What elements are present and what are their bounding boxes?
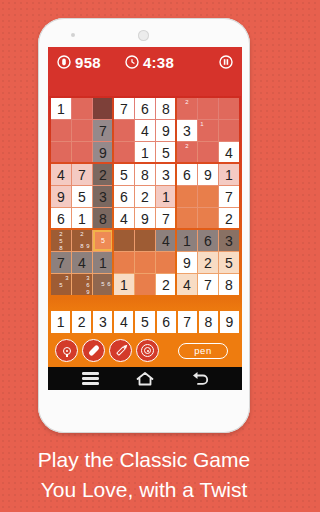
cell-r0c5[interactable]: 8 bbox=[156, 98, 176, 119]
caption-line-2: You Love, with a Twist bbox=[0, 475, 288, 505]
cell-r8c8[interactable]: 8 bbox=[219, 274, 239, 295]
cell-value: 7 bbox=[120, 102, 128, 116]
cell-r8c2[interactable]: 56 bbox=[93, 274, 113, 295]
target-icon bbox=[141, 344, 154, 357]
game-header: 958 4:38 bbox=[48, 47, 242, 77]
cell-r3c1[interactable]: 7 bbox=[72, 164, 92, 185]
pencil-icon bbox=[116, 346, 126, 356]
cell-r7c2[interactable]: 1 bbox=[93, 252, 113, 273]
cell-r3c7[interactable]: 9 bbox=[198, 164, 218, 185]
cell-r1c0[interactable] bbox=[51, 120, 71, 141]
cell-r0c3[interactable]: 7 bbox=[114, 98, 134, 119]
cell-r2c0[interactable] bbox=[51, 142, 71, 163]
cell-value: 8 bbox=[141, 168, 149, 182]
cell-r7c6[interactable]: 9 bbox=[177, 252, 197, 273]
cell-value: 8 bbox=[162, 102, 170, 116]
android-navbar bbox=[48, 367, 242, 390]
cell-r1c6[interactable]: 3 bbox=[177, 120, 197, 141]
cell-r6c8[interactable]: 3 bbox=[219, 230, 239, 251]
cell-r7c7[interactable]: 2 bbox=[198, 252, 218, 273]
cell-r8c6[interactable]: 4 bbox=[177, 274, 197, 295]
cell-r6c1[interactable]: 289 bbox=[72, 230, 92, 251]
score-icon bbox=[57, 55, 71, 69]
cell-r8c0[interactable]: 35 bbox=[51, 274, 71, 295]
cell-value: 2 bbox=[225, 212, 233, 226]
cell-value: 2 bbox=[204, 256, 212, 270]
cell-r5c3[interactable]: 4 bbox=[114, 208, 134, 229]
numpad-key-5[interactable]: 5 bbox=[135, 311, 154, 333]
cell-value: 1 bbox=[99, 256, 107, 270]
home-button[interactable] bbox=[132, 369, 158, 389]
cell-value: 3 bbox=[183, 124, 191, 138]
cell-value: 8 bbox=[99, 212, 107, 226]
cell-r2c6[interactable]: 2 bbox=[177, 142, 197, 163]
cell-value: 4 bbox=[162, 234, 170, 248]
cell-r5c1[interactable]: 1 bbox=[72, 208, 92, 229]
pencil-button[interactable] bbox=[109, 339, 132, 362]
cell-r4c5[interactable]: 1 bbox=[156, 186, 176, 207]
cell-value: 1 bbox=[162, 190, 170, 204]
cell-r8c4[interactable] bbox=[135, 274, 155, 295]
cell-r4c6[interactable] bbox=[177, 186, 197, 207]
cell-value: 7 bbox=[57, 256, 65, 270]
numpad-key-4[interactable]: 4 bbox=[114, 311, 133, 333]
sudoku-board: 1768274931915244725836919536217618497225… bbox=[49, 96, 241, 297]
cell-value: 9 bbox=[57, 190, 65, 204]
cell-value: 3 bbox=[162, 168, 170, 182]
cell-r3c5[interactable]: 3 bbox=[156, 164, 176, 185]
cell-r2c5[interactable]: 5 bbox=[156, 142, 176, 163]
timer-icon bbox=[125, 55, 139, 69]
cell-r0c0[interactable]: 1 bbox=[51, 98, 71, 119]
cell-r5c7[interactable] bbox=[198, 208, 218, 229]
cell-r4c7[interactable] bbox=[198, 186, 218, 207]
box-divider-vertical-2 bbox=[175, 98, 177, 295]
cell-value: 6 bbox=[120, 190, 128, 204]
cell-r0c8[interactable] bbox=[219, 98, 239, 119]
cell-r1c3[interactable] bbox=[114, 120, 134, 141]
cell-r3c6[interactable]: 6 bbox=[177, 164, 197, 185]
cell-r5c5[interactable]: 7 bbox=[156, 208, 176, 229]
box-divider-vertical-1 bbox=[112, 98, 114, 295]
cell-r4c4[interactable]: 2 bbox=[135, 186, 155, 207]
cell-r6c0[interactable]: 258 bbox=[51, 230, 71, 251]
cell-r2c7[interactable] bbox=[198, 142, 218, 163]
cell-r8c3[interactable]: 1 bbox=[114, 274, 134, 295]
cell-r3c3[interactable]: 5 bbox=[114, 164, 134, 185]
numpad-key-9[interactable]: 9 bbox=[220, 311, 239, 333]
target-button[interactable] bbox=[136, 339, 159, 362]
cell-value: 2 bbox=[141, 190, 149, 204]
cell-r8c7[interactable]: 7 bbox=[198, 274, 218, 295]
cell-r5c0[interactable]: 6 bbox=[51, 208, 71, 229]
cell-value: 4 bbox=[78, 256, 86, 270]
cell-r3c0[interactable]: 4 bbox=[51, 164, 71, 185]
cell-value: 4 bbox=[225, 146, 233, 160]
eraser-icon bbox=[87, 344, 99, 356]
pencil-marks: 2 bbox=[178, 143, 196, 162]
numpad-key-7[interactable]: 7 bbox=[178, 311, 197, 333]
earpiece-icon bbox=[138, 30, 149, 41]
cell-r6c4[interactable] bbox=[135, 230, 155, 251]
cell-r6c2[interactable]: 5 bbox=[93, 230, 113, 251]
cell-r6c5[interactable]: 4 bbox=[156, 230, 176, 251]
numpad-key-6[interactable]: 6 bbox=[157, 311, 176, 333]
cell-value: 7 bbox=[204, 278, 212, 292]
eraser-button[interactable] bbox=[82, 339, 105, 362]
cell-value: 3 bbox=[225, 234, 233, 248]
cell-value: 4 bbox=[141, 124, 149, 138]
caption-line-1: Play the Classic Game bbox=[0, 445, 288, 475]
cell-r2c4[interactable]: 1 bbox=[135, 142, 155, 163]
cell-r6c7[interactable]: 6 bbox=[198, 230, 218, 251]
marketing-caption: Play the Classic Game You Love, with a T… bbox=[0, 445, 288, 505]
cell-r0c1[interactable] bbox=[72, 98, 92, 119]
cell-r8c5[interactable]: 2 bbox=[156, 274, 176, 295]
pencil-marks: 369 bbox=[73, 275, 91, 294]
cell-r6c6[interactable]: 1 bbox=[177, 230, 197, 251]
pencil-marks: 2 bbox=[178, 99, 196, 118]
cell-r3c8[interactable]: 1 bbox=[219, 164, 239, 185]
pencil-marks: 289 bbox=[73, 231, 91, 250]
pencil-marks: 258 bbox=[52, 231, 70, 250]
back-button[interactable] bbox=[187, 369, 213, 389]
cell-r1c5[interactable]: 9 bbox=[156, 120, 176, 141]
cell-r4c3[interactable]: 6 bbox=[114, 186, 134, 207]
phone-frame: 958 4:38 1768274931915244725836919536217… bbox=[38, 18, 250, 433]
numpad-key-2[interactable]: 2 bbox=[72, 311, 91, 333]
cell-r7c5[interactable] bbox=[156, 252, 176, 273]
camera-dot-icon bbox=[71, 33, 75, 37]
cell-r0c6[interactable]: 2 bbox=[177, 98, 197, 119]
cell-value: 5 bbox=[162, 146, 170, 160]
cell-value: 2 bbox=[162, 278, 170, 292]
cell-r2c1[interactable] bbox=[72, 142, 92, 163]
cell-value: 1 bbox=[141, 146, 149, 160]
pencil-marks: 56 bbox=[94, 275, 112, 294]
timer-value: 4:38 bbox=[143, 54, 174, 71]
cell-r3c2[interactable]: 2 bbox=[93, 164, 113, 185]
cell-r7c3[interactable] bbox=[114, 252, 134, 273]
cell-value: 4 bbox=[120, 212, 128, 226]
cell-value: 1 bbox=[78, 212, 86, 226]
menu-icon bbox=[82, 372, 99, 384]
cell-r5c6[interactable] bbox=[177, 208, 197, 229]
back-icon bbox=[189, 370, 211, 388]
cell-r6c3[interactable] bbox=[114, 230, 134, 251]
cell-value: 3 bbox=[99, 190, 107, 204]
cell-r7c4[interactable] bbox=[135, 252, 155, 273]
cell-value: 9 bbox=[162, 124, 170, 138]
cell-r4c1[interactable]: 5 bbox=[72, 186, 92, 207]
cell-value: 5 bbox=[120, 168, 128, 182]
cell-r7c8[interactable]: 5 bbox=[219, 252, 239, 273]
numpad-key-3[interactable]: 3 bbox=[93, 311, 112, 333]
cell-value: 7 bbox=[162, 212, 170, 226]
cell-value: 9 bbox=[204, 168, 212, 182]
home-icon bbox=[134, 370, 156, 388]
cell-r0c2[interactable] bbox=[93, 98, 113, 119]
cell-value: 5 bbox=[78, 190, 86, 204]
cell-value: 9 bbox=[141, 212, 149, 226]
cell-value: 6 bbox=[141, 102, 149, 116]
numpad-key-8[interactable]: 8 bbox=[199, 311, 218, 333]
pause-button[interactable] bbox=[219, 55, 233, 69]
cell-value: 9 bbox=[99, 146, 107, 160]
cell-value: 6 bbox=[183, 168, 191, 182]
hint-icon bbox=[63, 347, 71, 355]
menu-button[interactable] bbox=[77, 369, 103, 389]
cell-value: 7 bbox=[99, 124, 107, 138]
cell-value: 6 bbox=[57, 212, 65, 226]
cell-r5c8[interactable]: 2 bbox=[219, 208, 239, 229]
pencil-marks: 5 bbox=[94, 231, 112, 250]
cell-r1c7[interactable]: 1 bbox=[198, 120, 218, 141]
cell-value: 1 bbox=[183, 234, 191, 248]
cell-value: 2 bbox=[99, 168, 107, 182]
number-pad: 123456789 bbox=[51, 311, 239, 333]
cell-r5c4[interactable]: 9 bbox=[135, 208, 155, 229]
cell-r7c1[interactable]: 4 bbox=[72, 252, 92, 273]
cell-value: 4 bbox=[57, 168, 65, 182]
score-group: 958 bbox=[57, 54, 101, 71]
cell-r1c1[interactable] bbox=[72, 120, 92, 141]
cell-r2c2[interactable]: 9 bbox=[93, 142, 113, 163]
cell-r4c0[interactable]: 9 bbox=[51, 186, 71, 207]
cell-r7c0[interactable]: 7 bbox=[51, 252, 71, 273]
cell-r4c2[interactable]: 3 bbox=[93, 186, 113, 207]
pencil-marks: 35 bbox=[52, 275, 70, 294]
box-divider-horizontal-2 bbox=[51, 228, 239, 230]
cell-r8c1[interactable]: 369 bbox=[72, 274, 92, 295]
numpad-key-1[interactable]: 1 bbox=[51, 311, 70, 333]
pen-toggle-button[interactable]: pen bbox=[178, 343, 228, 359]
cell-value: 8 bbox=[225, 278, 233, 292]
cell-r1c4[interactable]: 4 bbox=[135, 120, 155, 141]
cell-r4c8[interactable]: 7 bbox=[219, 186, 239, 207]
cell-r1c8[interactable] bbox=[219, 120, 239, 141]
cell-r2c8[interactable]: 4 bbox=[219, 142, 239, 163]
cell-value: 7 bbox=[225, 190, 233, 204]
cell-value: 5 bbox=[225, 256, 233, 270]
cell-r2c3[interactable] bbox=[114, 142, 134, 163]
tool-bar: pen bbox=[48, 339, 242, 362]
box-divider-horizontal-1 bbox=[51, 162, 239, 164]
pencil-marks: 1 bbox=[199, 121, 217, 140]
cell-r5c2[interactable]: 8 bbox=[93, 208, 113, 229]
hint-button[interactable] bbox=[55, 339, 78, 362]
cell-value: 1 bbox=[120, 278, 128, 292]
cell-value: 6 bbox=[204, 234, 212, 248]
cell-value: 7 bbox=[78, 168, 86, 182]
pause-icon bbox=[219, 55, 233, 69]
cell-r0c7[interactable] bbox=[198, 98, 218, 119]
cell-r3c4[interactable]: 8 bbox=[135, 164, 155, 185]
score-value: 958 bbox=[75, 54, 101, 71]
cell-r0c4[interactable]: 6 bbox=[135, 98, 155, 119]
cell-value: 9 bbox=[183, 256, 191, 270]
cell-r1c2[interactable]: 7 bbox=[93, 120, 113, 141]
cell-value: 1 bbox=[225, 168, 233, 182]
sudoku-grid: 1768274931915244725836919536217618497225… bbox=[51, 98, 239, 295]
app-screen: 958 4:38 1768274931915244725836919536217… bbox=[48, 47, 242, 390]
cell-value: 4 bbox=[183, 278, 191, 292]
timer-group: 4:38 bbox=[125, 54, 174, 71]
cell-value: 1 bbox=[57, 102, 65, 116]
